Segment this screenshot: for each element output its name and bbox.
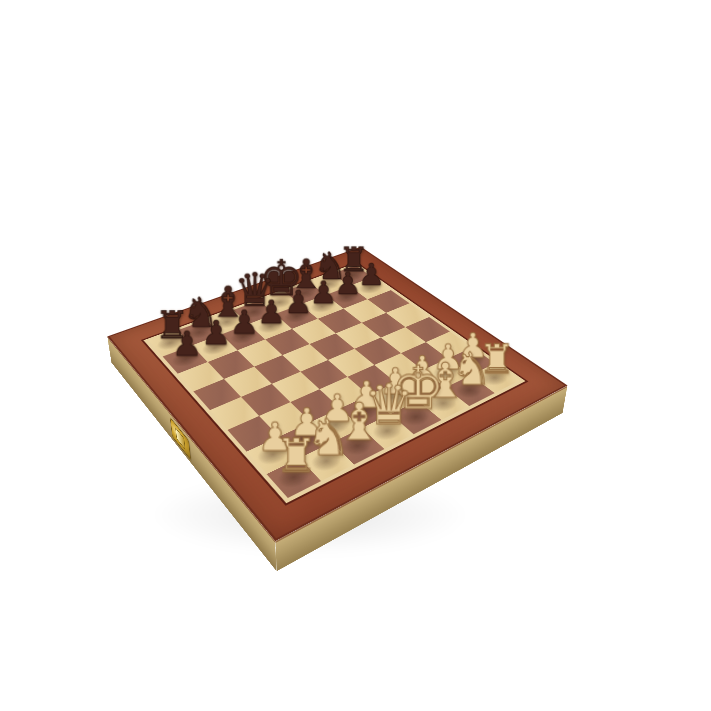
pawn-glyph: ♟ — [257, 295, 286, 327]
pawn-glyph: ♟ — [334, 268, 361, 299]
chess-box-scene: ♜♞♝♛♚♝♞♜♟♟♟♟♟♟♟♟♟♟♟♟♟♟♟♟♜♞♝♛♚♝♞♜ — [163, 195, 493, 525]
square-a1[interactable]: ♜ — [266, 458, 321, 498]
pawn-glyph: ♟ — [201, 316, 231, 349]
product-photo-canvas: ♜♞♝♛♚♝♞♜♟♟♟♟♟♟♟♟♟♟♟♟♟♟♟♟♜♞♝♛♚♝♞♜ — [0, 0, 711, 711]
chess-box: ♜♞♝♛♚♝♞♜♟♟♟♟♟♟♟♟♟♟♟♟♟♟♟♟♜♞♝♛♚♝♞♜ — [107, 247, 567, 541]
square-c4[interactable] — [271, 372, 319, 403]
pawn-glyph: ♟ — [171, 326, 202, 360]
pawn-glyph: ♟ — [284, 286, 312, 318]
rook-glyph: ♜ — [275, 433, 317, 480]
pawn-glyph: ♟ — [309, 277, 337, 308]
board: ♜♞♝♛♚♝♞♜♟♟♟♟♟♟♟♟♟♟♟♟♟♟♟♟♜♞♝♛♚♝♞♜ — [107, 247, 567, 541]
pawn-glyph: ♟ — [229, 305, 258, 338]
pawn-glyph: ♟ — [358, 259, 385, 289]
